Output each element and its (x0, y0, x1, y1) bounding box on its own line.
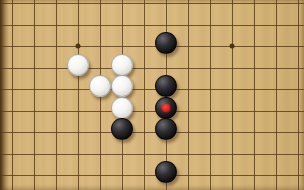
black-stone[interactable] (155, 161, 177, 183)
grid-line-vertical (78, 0, 79, 190)
grid-line-vertical (298, 0, 299, 190)
white-stone[interactable] (111, 54, 133, 76)
grid-line-vertical (276, 0, 277, 190)
white-stone[interactable] (111, 75, 133, 97)
grid-line-horizontal (0, 175, 304, 176)
grid-line-vertical (188, 0, 189, 190)
grid-line-vertical (34, 0, 35, 190)
star-point-icon (230, 44, 235, 49)
white-stone[interactable] (67, 54, 89, 76)
grid-line-vertical (56, 0, 57, 190)
black-stone[interactable] (155, 32, 177, 54)
go-board[interactable] (0, 0, 304, 190)
go-app-screen (0, 0, 304, 190)
grid-line-horizontal (0, 3, 304, 4)
grid-line-horizontal (0, 68, 304, 69)
grid-line-horizontal (0, 89, 304, 90)
grid-line-horizontal (0, 154, 304, 155)
grid-line-vertical (12, 0, 13, 190)
board-left-edge-shadow (0, 0, 9, 190)
black-stone[interactable] (155, 118, 177, 140)
grid-line-vertical (254, 0, 255, 190)
grid-line-horizontal (0, 132, 304, 133)
black-stone[interactable] (155, 97, 177, 119)
star-point-icon (76, 44, 81, 49)
grid-line-horizontal (0, 111, 304, 112)
black-stone[interactable] (155, 75, 177, 97)
grid-line-vertical (232, 0, 233, 190)
black-stone[interactable] (111, 118, 133, 140)
grid-line-vertical (144, 0, 145, 190)
last-move-marker-icon (162, 104, 170, 112)
white-stone[interactable] (89, 75, 111, 97)
grid-line-horizontal (0, 25, 304, 26)
grid-line-horizontal (0, 46, 304, 47)
board-vignette (0, 0, 304, 190)
white-stone[interactable] (111, 97, 133, 119)
grid-line-vertical (210, 0, 211, 190)
